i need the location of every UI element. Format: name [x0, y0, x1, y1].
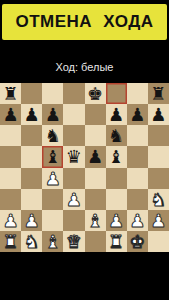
black-rook-piece: ♜: [150, 83, 166, 104]
black-pawn-piece: ♟: [129, 104, 145, 125]
square-b1[interactable]: ♞: [21, 231, 42, 252]
square-a7[interactable]: ♟: [0, 104, 21, 125]
square-a8[interactable]: ♜: [0, 83, 21, 104]
square-c1[interactable]: ♝: [42, 231, 63, 252]
white-rook-piece: ♜: [2, 231, 18, 252]
white-bishop-piece: ♝: [45, 231, 61, 252]
white-pawn-piece: ♟: [2, 210, 18, 231]
square-e7[interactable]: [85, 104, 106, 125]
square-a2[interactable]: ♟: [0, 210, 21, 231]
white-pawn-piece: ♟: [24, 210, 40, 231]
square-e4[interactable]: [85, 168, 106, 189]
square-f8[interactable]: [106, 83, 127, 104]
square-h2[interactable]: ♟: [148, 210, 169, 231]
undo-move-button[interactable]: ОТМЕНА ХОДА: [2, 4, 167, 40]
black-pawn-piece: ♟: [45, 104, 61, 125]
white-pawn-piece: ♟: [66, 189, 82, 210]
square-g5[interactable]: [127, 146, 148, 167]
square-f6[interactable]: ♞: [106, 125, 127, 146]
square-g2[interactable]: ♟: [127, 210, 148, 231]
chess-board: ♜♚♜♟♟♟♟♟♟♞♞♝♛♟♝♟♟♞♟♟♝♟♟♟♜♞♝♛♜♚: [0, 83, 169, 252]
white-pawn-piece: ♟: [129, 210, 145, 231]
square-f4[interactable]: [106, 168, 127, 189]
white-king-piece: ♚: [129, 231, 145, 252]
square-e5[interactable]: ♟: [85, 146, 106, 167]
square-d7[interactable]: [63, 104, 84, 125]
square-g8[interactable]: [127, 83, 148, 104]
square-b6[interactable]: [21, 125, 42, 146]
square-h1[interactable]: [148, 231, 169, 252]
black-knight-piece: ♞: [108, 125, 124, 146]
square-c2[interactable]: [42, 210, 63, 231]
square-a1[interactable]: ♜: [0, 231, 21, 252]
square-f7[interactable]: ♟: [106, 104, 127, 125]
square-e1[interactable]: [85, 231, 106, 252]
black-king-piece: ♚: [87, 83, 103, 104]
square-c6[interactable]: ♞: [42, 125, 63, 146]
square-g1[interactable]: ♚: [127, 231, 148, 252]
black-knight-piece: ♞: [45, 125, 61, 146]
square-g7[interactable]: ♟: [127, 104, 148, 125]
square-b7[interactable]: ♟: [21, 104, 42, 125]
square-f3[interactable]: [106, 189, 127, 210]
white-knight-piece: ♞: [24, 231, 40, 252]
square-b5[interactable]: [21, 146, 42, 167]
black-pawn-piece: ♟: [150, 104, 166, 125]
black-queen-piece: ♛: [66, 146, 82, 167]
square-c7[interactable]: ♟: [42, 104, 63, 125]
white-rook-piece: ♜: [108, 231, 124, 252]
square-h5[interactable]: [148, 146, 169, 167]
black-pawn-piece: ♟: [24, 104, 40, 125]
square-d4[interactable]: [63, 168, 84, 189]
white-bishop-piece: ♝: [87, 210, 103, 231]
square-h3[interactable]: ♞: [148, 189, 169, 210]
black-pawn-piece: ♟: [87, 146, 103, 167]
square-h8[interactable]: ♜: [148, 83, 169, 104]
black-pawn-piece: ♟: [108, 104, 124, 125]
square-d6[interactable]: [63, 125, 84, 146]
square-c5[interactable]: ♝: [42, 146, 63, 167]
square-h7[interactable]: ♟: [148, 104, 169, 125]
square-c3[interactable]: [42, 189, 63, 210]
square-b3[interactable]: [21, 189, 42, 210]
square-h6[interactable]: [148, 125, 169, 146]
black-rook-piece: ♜: [2, 83, 18, 104]
black-bishop-piece: ♝: [45, 146, 61, 167]
square-c4[interactable]: ♟: [42, 168, 63, 189]
square-e8[interactable]: ♚: [85, 83, 106, 104]
white-knight-piece: ♞: [150, 189, 166, 210]
square-d5[interactable]: ♛: [63, 146, 84, 167]
square-a4[interactable]: [0, 168, 21, 189]
black-bishop-piece: ♝: [108, 146, 124, 167]
square-f2[interactable]: ♟: [106, 210, 127, 231]
square-d1[interactable]: ♛: [63, 231, 84, 252]
white-pawn-piece: ♟: [108, 210, 124, 231]
square-d2[interactable]: [63, 210, 84, 231]
black-pawn-piece: ♟: [2, 104, 18, 125]
square-e3[interactable]: [85, 189, 106, 210]
square-g4[interactable]: [127, 168, 148, 189]
square-b8[interactable]: [21, 83, 42, 104]
square-e6[interactable]: [85, 125, 106, 146]
square-h4[interactable]: [148, 168, 169, 189]
square-a6[interactable]: [0, 125, 21, 146]
square-f5[interactable]: ♝: [106, 146, 127, 167]
white-pawn-piece: ♟: [45, 168, 61, 189]
square-e2[interactable]: ♝: [85, 210, 106, 231]
square-c8[interactable]: [42, 83, 63, 104]
square-a3[interactable]: [0, 189, 21, 210]
square-b2[interactable]: ♟: [21, 210, 42, 231]
square-d3[interactable]: ♟: [63, 189, 84, 210]
square-b4[interactable]: [21, 168, 42, 189]
square-f1[interactable]: ♜: [106, 231, 127, 252]
white-pawn-piece: ♟: [150, 210, 166, 231]
square-d8[interactable]: [63, 83, 84, 104]
square-a5[interactable]: [0, 146, 21, 167]
turn-status-text: Ход: белые: [0, 60, 169, 74]
square-g3[interactable]: [127, 189, 148, 210]
white-queen-piece: ♛: [66, 231, 82, 252]
app-screen: ОТМЕНА ХОДА Ход: белые ♜♚♜♟♟♟♟♟♟♞♞♝♛♟♝♟♟…: [0, 0, 169, 300]
square-g6[interactable]: [127, 125, 148, 146]
